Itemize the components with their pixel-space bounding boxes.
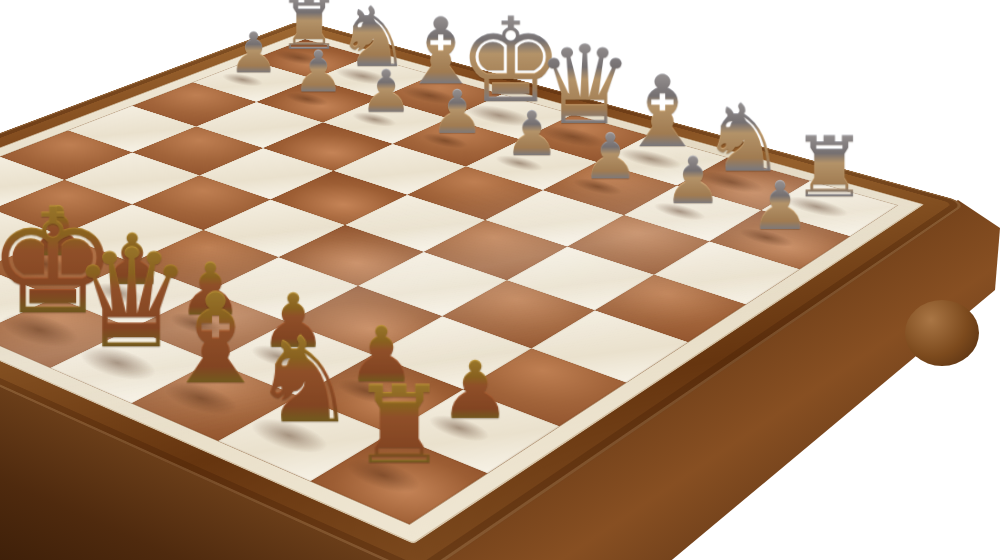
- pedestal-bun-foot: [905, 300, 979, 366]
- piece-glyph: ♜: [273, 374, 524, 477]
- piece-glyph: ♟: [678, 175, 881, 239]
- chess-set-product-photo: ♜♞♝♛♚♝♞♜♟♟♟♟♟♟♟♟♟♟♟♟♟♟♟♟♜♞♝♛♚♝♞♜: [0, 0, 1000, 560]
